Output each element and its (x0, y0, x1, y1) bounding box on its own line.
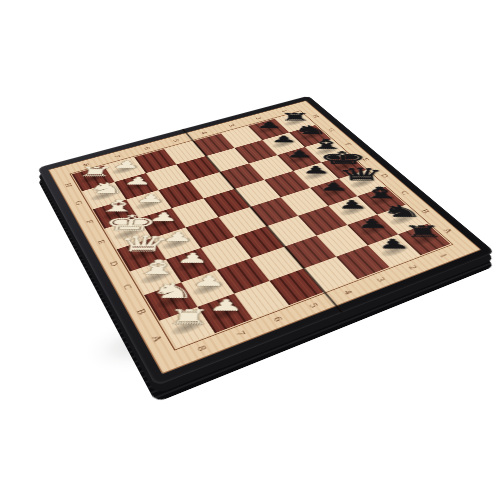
chess-board: HHGGFFEEDDCCBBAA8877665544332211 ♜♞♝♛♚♝♞… (37, 96, 495, 387)
product-photo-stage: HHGGFFEEDDCCBBAA8877665544332211 ♜♞♝♛♚♝♞… (0, 0, 500, 500)
perspective-scene: HHGGFFEEDDCCBBAA8877665544332211 ♜♞♝♛♚♝♞… (0, 0, 500, 500)
